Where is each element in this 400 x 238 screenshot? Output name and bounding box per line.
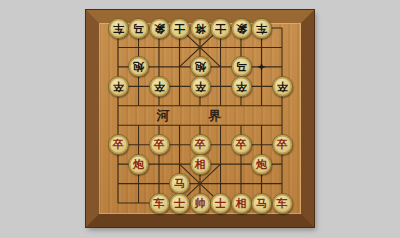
point-e6[interactable]: 卒 bbox=[190, 135, 211, 154]
point-a8[interactable] bbox=[108, 174, 129, 193]
piece-character: 卒 bbox=[113, 81, 124, 92]
point-a7[interactable] bbox=[108, 154, 129, 173]
point-c2[interactable] bbox=[149, 57, 170, 76]
point-i6[interactable]: 卒 bbox=[272, 135, 293, 154]
river-label-he: 河 bbox=[157, 107, 170, 125]
point-g7[interactable] bbox=[231, 154, 252, 173]
point-i1[interactable] bbox=[272, 38, 293, 57]
piece-character: 卒 bbox=[195, 139, 206, 150]
point-a5[interactable] bbox=[108, 116, 129, 135]
red-piece-h9[interactable]: 马 bbox=[251, 193, 272, 214]
point-d3[interactable] bbox=[169, 77, 190, 96]
point-a9[interactable] bbox=[108, 193, 129, 212]
piece-character: 士 bbox=[174, 198, 185, 209]
piece-character: 象 bbox=[154, 23, 165, 34]
piece-character: 卒 bbox=[277, 139, 288, 150]
point-i7[interactable] bbox=[272, 154, 293, 173]
piece-character: 卒 bbox=[154, 139, 165, 150]
point-g2[interactable]: 马 bbox=[231, 57, 252, 76]
point-b1[interactable] bbox=[128, 38, 149, 57]
piece-character: 相 bbox=[195, 159, 206, 170]
point-c8[interactable] bbox=[149, 174, 170, 193]
black-piece-e2[interactable]: 炮 bbox=[190, 56, 211, 77]
point-d5[interactable] bbox=[169, 116, 190, 135]
piece-character: 卒 bbox=[154, 81, 165, 92]
piece-character: 相 bbox=[236, 198, 247, 209]
piece-character: 卒 bbox=[236, 81, 247, 92]
piece-character: 马 bbox=[236, 61, 247, 72]
red-piece-a6[interactable]: 卒 bbox=[108, 134, 129, 155]
point-d4[interactable] bbox=[169, 96, 190, 115]
piece-character: 马 bbox=[174, 178, 185, 189]
point-a0[interactable]: 车 bbox=[108, 18, 129, 37]
point-g8[interactable] bbox=[231, 174, 252, 193]
point-d7[interactable] bbox=[169, 154, 190, 173]
point-b9[interactable] bbox=[128, 193, 149, 212]
black-piece-e0[interactable]: 将 bbox=[190, 18, 211, 39]
black-piece-f0[interactable]: 士 bbox=[210, 18, 231, 39]
point-h8[interactable] bbox=[251, 174, 272, 193]
point-b4[interactable] bbox=[128, 96, 149, 115]
point-b0[interactable]: 马 bbox=[128, 18, 149, 37]
point-i8[interactable] bbox=[272, 174, 293, 193]
piece-character: 车 bbox=[154, 198, 165, 209]
piece-character: 象 bbox=[236, 23, 247, 34]
piece-character: 卒 bbox=[113, 139, 124, 150]
black-piece-d0[interactable]: 士 bbox=[169, 18, 190, 39]
red-piece-i6[interactable]: 卒 bbox=[272, 134, 293, 155]
point-h7[interactable]: 炮 bbox=[251, 154, 272, 173]
point-f7[interactable] bbox=[210, 154, 231, 173]
point-g9[interactable]: 相 bbox=[231, 193, 252, 212]
black-piece-e3[interactable]: 卒 bbox=[190, 76, 211, 97]
red-piece-e7[interactable]: 相 bbox=[190, 154, 211, 175]
point-f3[interactable] bbox=[210, 77, 231, 96]
red-piece-h7[interactable]: 炮 bbox=[251, 154, 272, 175]
point-g4[interactable] bbox=[231, 96, 252, 115]
point-a4[interactable] bbox=[108, 96, 129, 115]
point-e0[interactable]: 将 bbox=[190, 18, 211, 37]
point-i4[interactable] bbox=[272, 96, 293, 115]
red-piece-c6[interactable]: 卒 bbox=[149, 134, 170, 155]
point-i0[interactable] bbox=[272, 18, 293, 37]
point-f9[interactable]: 士 bbox=[210, 193, 231, 212]
point-i9[interactable]: 车 bbox=[272, 193, 293, 212]
red-piece-e6[interactable]: 卒 bbox=[190, 134, 211, 155]
point-e1[interactable] bbox=[190, 38, 211, 57]
point-i3[interactable]: 卒 bbox=[272, 77, 293, 96]
point-b7[interactable]: 炮 bbox=[128, 154, 149, 173]
point-c7[interactable] bbox=[149, 154, 170, 173]
point-c1[interactable] bbox=[149, 38, 170, 57]
point-e5[interactable] bbox=[190, 116, 211, 135]
last-move-marker bbox=[257, 62, 266, 71]
piece-character: 车 bbox=[277, 198, 288, 209]
point-c9[interactable]: 车 bbox=[149, 193, 170, 212]
red-piece-g9[interactable]: 相 bbox=[231, 193, 252, 214]
red-piece-i9[interactable]: 车 bbox=[272, 193, 293, 214]
black-piece-a0[interactable]: 车 bbox=[108, 18, 129, 39]
red-piece-d8[interactable]: 马 bbox=[169, 173, 190, 194]
point-i5[interactable] bbox=[272, 116, 293, 135]
point-d0[interactable]: 士 bbox=[169, 18, 190, 37]
point-g3[interactable]: 卒 bbox=[231, 77, 252, 96]
piece-character: 炮 bbox=[256, 159, 267, 170]
point-g1[interactable] bbox=[231, 38, 252, 57]
point-b6[interactable] bbox=[128, 135, 149, 154]
point-b2[interactable]: 炮 bbox=[128, 57, 149, 76]
point-g6[interactable]: 卒 bbox=[231, 135, 252, 154]
piece-character: 炮 bbox=[195, 61, 206, 72]
piece-character: 帅 bbox=[195, 198, 206, 209]
point-d9[interactable]: 士 bbox=[169, 193, 190, 212]
point-a6[interactable]: 卒 bbox=[108, 135, 129, 154]
point-f2[interactable] bbox=[210, 57, 231, 76]
point-d6[interactable] bbox=[169, 135, 190, 154]
piece-character: 炮 bbox=[133, 61, 144, 72]
piece-character: 炮 bbox=[133, 159, 144, 170]
red-piece-c9[interactable]: 车 bbox=[149, 193, 170, 214]
point-e9[interactable]: 帅 bbox=[190, 193, 211, 212]
point-a1[interactable] bbox=[108, 38, 129, 57]
piece-character: 车 bbox=[113, 23, 124, 34]
point-c0[interactable]: 象 bbox=[149, 18, 170, 37]
point-a3[interactable]: 卒 bbox=[108, 77, 129, 96]
red-piece-d9[interactable]: 士 bbox=[169, 193, 190, 214]
black-piece-a3[interactable]: 卒 bbox=[108, 76, 129, 97]
point-b5[interactable] bbox=[128, 116, 149, 135]
black-piece-b0[interactable]: 马 bbox=[128, 18, 149, 39]
point-e8[interactable] bbox=[190, 174, 211, 193]
point-e4[interactable] bbox=[190, 96, 211, 115]
point-e7[interactable]: 相 bbox=[190, 154, 211, 173]
black-piece-c3[interactable]: 卒 bbox=[149, 76, 170, 97]
point-h3[interactable] bbox=[251, 77, 272, 96]
point-e2[interactable]: 炮 bbox=[190, 57, 211, 76]
piece-character: 马 bbox=[133, 23, 144, 34]
point-c6[interactable]: 卒 bbox=[149, 135, 170, 154]
black-piece-i3[interactable]: 卒 bbox=[272, 76, 293, 97]
red-piece-b7[interactable]: 炮 bbox=[128, 154, 149, 175]
point-i2[interactable] bbox=[272, 57, 293, 76]
point-h0[interactable]: 车 bbox=[251, 18, 272, 37]
black-piece-g2[interactable]: 马 bbox=[231, 56, 252, 77]
point-f8[interactable] bbox=[210, 174, 231, 193]
point-d2[interactable] bbox=[169, 57, 190, 76]
piece-character: 士 bbox=[215, 23, 226, 34]
point-h1[interactable] bbox=[251, 38, 272, 57]
piece-character: 马 bbox=[256, 198, 267, 209]
piece-character: 卒 bbox=[236, 139, 247, 150]
point-g5[interactable] bbox=[231, 116, 252, 135]
red-piece-g6[interactable]: 卒 bbox=[231, 134, 252, 155]
river-label-jie: 界 bbox=[209, 107, 222, 125]
red-piece-e9[interactable]: 帅 bbox=[190, 193, 211, 214]
piece-character: 将 bbox=[195, 23, 206, 34]
piece-character: 士 bbox=[174, 23, 185, 34]
black-piece-b2[interactable]: 炮 bbox=[128, 56, 149, 77]
point-a2[interactable] bbox=[108, 57, 129, 76]
point-d8[interactable]: 马 bbox=[169, 174, 190, 193]
black-piece-c0[interactable]: 象 bbox=[149, 18, 170, 39]
piece-character: 车 bbox=[256, 23, 267, 34]
xiangqi-board: 河 界 车马象士将士象车炮炮马卒卒卒卒卒卒卒卒卒卒炮相炮马车士帅士相马车 bbox=[86, 10, 314, 227]
piece-character: 卒 bbox=[195, 81, 206, 92]
point-b3[interactable] bbox=[128, 77, 149, 96]
point-f0[interactable]: 士 bbox=[210, 18, 231, 37]
piece-character: 士 bbox=[215, 198, 226, 209]
board-surface: 河 界 车马象士将士象车炮炮马卒卒卒卒卒卒卒卒卒卒炮相炮马车士帅士相马车 bbox=[99, 23, 301, 214]
black-piece-g0[interactable]: 象 bbox=[231, 18, 252, 39]
point-c3[interactable]: 卒 bbox=[149, 77, 170, 96]
piece-character: 卒 bbox=[277, 81, 288, 92]
point-f1[interactable] bbox=[210, 38, 231, 57]
point-h9[interactable]: 马 bbox=[251, 193, 272, 212]
point-d1[interactable] bbox=[169, 38, 190, 57]
black-piece-h0[interactable]: 车 bbox=[251, 18, 272, 39]
red-piece-f9[interactable]: 士 bbox=[210, 193, 231, 214]
point-b8[interactable] bbox=[128, 174, 149, 193]
black-piece-g3[interactable]: 卒 bbox=[231, 76, 252, 97]
point-h4[interactable] bbox=[251, 96, 272, 115]
board-grid: 车马象士将士象车炮炮马卒卒卒卒卒卒卒卒卒卒炮相炮马车士帅士相马车 bbox=[108, 18, 293, 213]
point-h6[interactable] bbox=[251, 135, 272, 154]
point-h2[interactable] bbox=[251, 57, 272, 76]
point-f6[interactable] bbox=[210, 135, 231, 154]
point-h5[interactable] bbox=[251, 116, 272, 135]
point-g0[interactable]: 象 bbox=[231, 18, 252, 37]
desktop-background: { "game": "xiangqi", "board_label": "Chi… bbox=[0, 0, 400, 238]
point-e3[interactable]: 卒 bbox=[190, 77, 211, 96]
